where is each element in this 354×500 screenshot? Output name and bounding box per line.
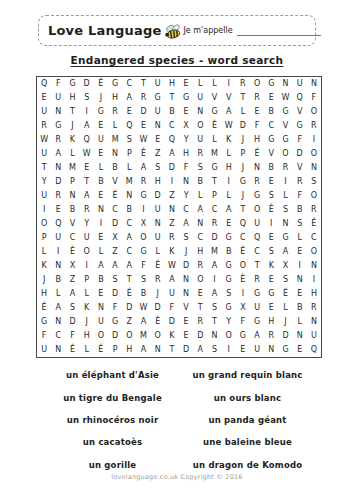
grid-cell-r19c3: F (65, 329, 79, 343)
grid-cell-r17c7: D (122, 301, 136, 315)
grid-cell-r20c9: N (151, 343, 165, 357)
grid-cell-r3c18: G (278, 105, 292, 119)
word-list-item: un tigre du Bengale (45, 386, 180, 408)
grid-cell-r15c10: A (165, 273, 179, 287)
grid-cell-r4c15: D (236, 119, 250, 133)
grid-cell-r18c8: A (136, 315, 150, 329)
grid-cell-r20c18: G (278, 343, 292, 357)
grid-cell-r10c5: N (94, 203, 108, 217)
grid-cell-r10c9: U (151, 203, 165, 217)
grid-cell-r17c8: W (136, 301, 150, 315)
grid-cell-r18c10: D (165, 315, 179, 329)
grid-cell-r1c4: D (80, 77, 94, 91)
grid-cell-r11c11: A (179, 217, 193, 231)
grid-cell-r16c14: S (222, 287, 236, 301)
grid-cell-r4c2: G (51, 119, 65, 133)
grid-cell-r20c5: É (94, 343, 108, 357)
grid-cell-r11c1: O (37, 217, 51, 231)
grid-cell-r8c8: R (136, 175, 150, 189)
grid-cell-r1c2: F (51, 77, 65, 91)
word-list: un éléphant d'Asieun grand requin blancu… (45, 364, 315, 476)
grid-cell-r16c13: A (207, 287, 221, 301)
grid-cell-r15c2: B (51, 273, 65, 287)
word-list-item: un panda géant (180, 409, 315, 431)
grid-cell-r20c17: N (264, 343, 278, 357)
grid-cell-r13c6: Z (108, 245, 122, 259)
grid-cell-r5c13: L (207, 133, 221, 147)
grid-cell-r9c7: N (122, 189, 136, 203)
grid-cell-r17c11: V (179, 301, 193, 315)
grid-cell-r20c11: D (179, 343, 193, 357)
grid-cell-r12c14: G (222, 231, 236, 245)
word-search-grid: QFGDÉGCTUHELLIROGNUNEUHSJHARGTGUVVTREWQF… (36, 76, 322, 358)
grid-cell-r8c13: T (207, 175, 221, 189)
grid-cell-r9c20: O (307, 189, 321, 203)
grid-cell-r5c17: G (264, 133, 278, 147)
grid-cell-r1c6: G (108, 77, 122, 91)
grid-cell-r14c14: G (222, 259, 236, 273)
grid-cell-r6c12: R (193, 147, 207, 161)
grid-cell-r2c1: E (37, 91, 51, 105)
grid-cell-r8c19: R (293, 175, 307, 189)
grid-cell-r12c6: X (108, 231, 122, 245)
grid-cell-r17c14: G (222, 301, 236, 315)
grid-cell-r16c11: N (179, 287, 193, 301)
grid-cell-r6c20: O (307, 147, 321, 161)
grid-cell-r15c18: S (278, 273, 292, 287)
grid-cell-r16c19: E (293, 287, 307, 301)
grid-cell-r14c12: R (193, 259, 207, 273)
grid-cell-r7c10: D (165, 161, 179, 175)
grid-cell-r2c11: G (179, 91, 193, 105)
grid-cell-r10c2: E (51, 203, 65, 217)
grid-cell-r13c8: G (136, 245, 150, 259)
grid-cell-r11c18: N (278, 217, 292, 231)
grid-cell-r2c7: A (122, 91, 136, 105)
grid-cell-r5c6: M (108, 133, 122, 147)
grid-cell-r7c3: M (65, 161, 79, 175)
grid-cell-r15c12: O (193, 273, 207, 287)
grid-cell-r5c12: U (193, 133, 207, 147)
grid-cell-r20c14: I (222, 343, 236, 357)
grid-cell-r1c17: G (264, 77, 278, 91)
grid-cell-r17c3: S (65, 301, 79, 315)
grid-cell-r2c4: S (80, 91, 94, 105)
grid-cell-r13c16: C (250, 245, 264, 259)
grid-cell-r9c16: G (250, 189, 264, 203)
grid-cell-r3c16: E (250, 105, 264, 119)
grid-cell-r19c6: D (108, 329, 122, 343)
grid-cell-r9c19: F (293, 189, 307, 203)
grid-cell-r2c8: R (136, 91, 150, 105)
grid-cell-r18c12: R (193, 315, 207, 329)
grid-cell-r1c20: N (307, 77, 321, 91)
grid-cell-r5c10: Q (165, 133, 179, 147)
grid-cell-r6c4: W (80, 147, 94, 161)
grid-cell-r1c5: É (94, 77, 108, 91)
name-blank-line (237, 26, 321, 36)
grid-cell-r15c16: R (250, 273, 264, 287)
grid-cell-r1c7: C (122, 77, 136, 91)
grid-cell-r14c9: É (151, 259, 165, 273)
grid-cell-r5c11: Y (179, 133, 193, 147)
grid-cell-r10c14: A (222, 203, 236, 217)
grid-cell-r12c10: R (165, 231, 179, 245)
grid-cell-r12c17: E (264, 231, 278, 245)
grid-cell-r1c15: R (236, 77, 250, 91)
grid-cell-r10c3: B (65, 203, 79, 217)
grid-cell-r2c19: Q (293, 91, 307, 105)
grid-cell-r7c19: V (293, 161, 307, 175)
grid-cell-r4c16: F (250, 119, 264, 133)
grid-cell-r7c7: L (122, 161, 136, 175)
grid-cell-r4c17: C (264, 119, 278, 133)
grid-cell-r5c15: J (236, 133, 250, 147)
grid-cell-r15c1: J (37, 273, 51, 287)
grid-cell-r2c15: T (236, 91, 250, 105)
grid-cell-r18c7: Z (122, 315, 136, 329)
grid-cell-r18c4: J (80, 315, 94, 329)
grid-cell-r10c15: T (236, 203, 250, 217)
grid-cell-r18c14: Y (222, 315, 236, 329)
grid-cell-r6c6: N (108, 147, 122, 161)
grid-cell-r18c1: G (37, 315, 51, 329)
grid-cell-r3c1: U (37, 105, 51, 119)
grid-cell-r13c11: J (179, 245, 193, 259)
grid-cell-r8c16: R (250, 175, 264, 189)
grid-cell-r17c10: F (165, 301, 179, 315)
grid-cell-r3c17: B (264, 105, 278, 119)
grid-cell-r15c4: P (80, 273, 94, 287)
grid-cell-r9c18: L (278, 189, 292, 203)
bee-icon (163, 23, 183, 40)
grid-cell-r3c8: D (136, 105, 150, 119)
grid-cell-r11c13: R (207, 217, 221, 231)
grid-cell-r13c15: É (236, 245, 250, 259)
grid-cell-r20c2: N (51, 343, 65, 357)
grid-cell-r5c5: U (94, 133, 108, 147)
grid-cell-r13c5: L (94, 245, 108, 259)
grid-cell-r15c15: È (236, 273, 250, 287)
grid-cell-r19c1: F (37, 329, 51, 343)
grid-cell-r19c14: O (222, 329, 236, 343)
grid-cell-r13c3: È (65, 245, 79, 259)
grid-cell-r14c7: A (122, 259, 136, 273)
grid-cell-r12c3: C (65, 231, 79, 245)
grid-cell-r16c20: H (307, 287, 321, 301)
grid-cell-r7c20: N (307, 161, 321, 175)
grid-cell-r13c17: S (264, 245, 278, 259)
grid-cell-r1c19: U (293, 77, 307, 91)
grid-cell-r11c6: D (108, 217, 122, 231)
grid-cell-r2c20: F (307, 91, 321, 105)
grid-cell-r16c16: G (250, 287, 264, 301)
grid-cell-r8c5: B (94, 175, 108, 189)
grid-cell-r16c4: L (80, 287, 94, 301)
grid-cell-r8c20: S (307, 175, 321, 189)
footer-copyright: lovelanguage.co.uk Copyright © 2016 (0, 473, 354, 481)
grid-cell-r16c1: H (37, 287, 51, 301)
grid-cell-r9c2: R (51, 189, 65, 203)
grid-cell-r10c8: I (136, 203, 150, 217)
grid-cell-r13c13: M (207, 245, 221, 259)
grid-cell-r5c19: F (293, 133, 307, 147)
grid-cell-r11c7: C (122, 217, 136, 231)
grid-cell-r20c15: E (236, 343, 250, 357)
grid-cell-r14c18: X (278, 259, 292, 273)
grid-cell-r13c12: H (193, 245, 207, 259)
grid-cell-r11c19: S (293, 217, 307, 231)
grid-cell-r19c16: A (250, 329, 264, 343)
grid-cell-r7c18: R (278, 161, 292, 175)
grid-cell-r4c11: X (179, 119, 193, 133)
logo-header-box: Love Language Je m'appelle (38, 15, 316, 46)
grid-cell-r5c4: Q (80, 133, 94, 147)
grid-cell-r19c12: D (193, 329, 207, 343)
grid-cell-r16c18: É (278, 287, 292, 301)
grid-cell-r2c12: U (193, 91, 207, 105)
grid-cell-r12c18: G (278, 231, 292, 245)
grid-cell-r5c7: S (122, 133, 136, 147)
grid-cell-r4c19: G (293, 119, 307, 133)
grid-cell-r18c17: H (264, 315, 278, 329)
grid-cell-r3c12: N (193, 105, 207, 119)
grid-cell-r20c3: É (65, 343, 79, 357)
grid-cell-r14c17: K (264, 259, 278, 273)
grid-cell-r6c14: L (222, 147, 236, 161)
grid-cell-r9c6: É (108, 189, 122, 203)
grid-cell-r6c13: M (207, 147, 221, 161)
grid-cell-r4c12: O (193, 119, 207, 133)
grid-cell-r14c15: O (236, 259, 250, 273)
grid-cell-r5c9: E (151, 133, 165, 147)
grid-cell-r10c13: C (207, 203, 221, 217)
grid-cell-r8c7: M (122, 175, 136, 189)
grid-cell-r14c13: A (207, 259, 221, 273)
grid-cell-r7c2: N (51, 161, 65, 175)
grid-cell-r8c3: P (65, 175, 79, 189)
grid-cell-r13c14: B (222, 245, 236, 259)
grid-cell-r5c20: I (307, 133, 321, 147)
grid-cell-r17c4: K (80, 301, 94, 315)
grid-cell-r8c17: E (264, 175, 278, 189)
grid-cell-r12c16: Q (250, 231, 264, 245)
grid-cell-r16c7: É (122, 287, 136, 301)
grid-cell-r10c18: S (278, 203, 292, 217)
grid-cell-r14c19: I (293, 259, 307, 273)
grid-cell-r14c8: F (136, 259, 150, 273)
grid-cell-r14c11: D (179, 259, 193, 273)
grid-cell-r7c6: B (108, 161, 122, 175)
grid-cell-r20c16: U (250, 343, 264, 357)
grid-cell-r8c6: V (108, 175, 122, 189)
grid-cell-r20c13: S (207, 343, 221, 357)
grid-cell-r9c15: J (236, 189, 250, 203)
grid-cell-r9c1: U (37, 189, 51, 203)
grid-cell-r9c8: G (136, 189, 150, 203)
grid-cell-r7c9: S (151, 161, 165, 175)
grid-cell-r11c12: N (193, 217, 207, 231)
grid-cell-r2c2: U (51, 91, 65, 105)
grid-cell-r18c3: D (65, 315, 79, 329)
grid-cell-r8c1: Y (37, 175, 51, 189)
grid-cell-r15c9: R (151, 273, 165, 287)
grid-cell-r20c8: A (136, 343, 150, 357)
word-list-item: une baleine bleue (180, 431, 315, 453)
grid-cell-r1c12: L (193, 77, 207, 91)
grid-cell-r4c10: C (165, 119, 179, 133)
grid-cell-r4c14: W (222, 119, 236, 133)
grid-cell-r3c9: U (151, 105, 165, 119)
grid-cell-r10c19: B (293, 203, 307, 217)
grid-cell-r7c1: T (37, 161, 51, 175)
grid-cell-r16c17: G (264, 287, 278, 301)
grid-cell-r7c5: L (94, 161, 108, 175)
grid-cell-r20c20: Q (307, 343, 321, 357)
grid-cell-r15c13: I (207, 273, 221, 287)
grid-cell-r17c5: N (94, 301, 108, 315)
grid-cell-r7c8: A (136, 161, 150, 175)
grid-cell-r15c3: Z (65, 273, 79, 287)
grid-cell-r8c14: I (222, 175, 236, 189)
grid-cell-r6c8: È (136, 147, 150, 161)
grid-cell-r6c17: V (264, 147, 278, 161)
grid-cell-r2c17: E (264, 91, 278, 105)
grid-cell-r3c14: A (222, 105, 236, 119)
grid-cell-r12c11: S (179, 231, 193, 245)
word-list-item: un cacatoès (45, 431, 180, 453)
name-field: Je m'appelle (183, 26, 320, 36)
grid-cell-r3c13: G (207, 105, 221, 119)
grid-cell-r6c5: E (94, 147, 108, 161)
grid-cell-r9c9: D (151, 189, 165, 203)
grid-cell-r2c18: W (278, 91, 292, 105)
grid-cell-r5c8: W (136, 133, 150, 147)
grid-cell-r13c18: A (278, 245, 292, 259)
grid-cell-r17c17: E (264, 301, 278, 315)
grid-cell-r2c5: J (94, 91, 108, 105)
grid-cell-r20c6: P (108, 343, 122, 357)
grid-cell-r6c18: O (278, 147, 292, 161)
grid-cell-r4c9: N (151, 119, 165, 133)
grid-cell-r18c15: F (236, 315, 250, 329)
grid-cell-r2c13: V (207, 91, 221, 105)
grid-cell-r2c10: T (165, 91, 179, 105)
grid-cell-r15c19: N (293, 273, 307, 287)
grid-cell-r15c11: N (179, 273, 193, 287)
grid-cell-r13c2: I (51, 245, 65, 259)
grid-cell-r9c4: A (80, 189, 94, 203)
grid-cell-r7c14: H (222, 161, 236, 175)
grid-cell-r11c14: E (222, 217, 236, 231)
grid-cell-r17c15: X (236, 301, 250, 315)
name-label: Je m'appelle (183, 26, 232, 36)
grid-cell-r10c17: È (264, 203, 278, 217)
grid-cell-r6c15: P (236, 147, 250, 161)
grid-cell-r14c1: K (37, 259, 51, 273)
grid-cell-r13c1: L (37, 245, 51, 259)
grid-cell-r4c20: R (307, 119, 321, 133)
grid-cell-r4c7: Q (122, 119, 136, 133)
grid-cell-r17c12: T (193, 301, 207, 315)
grid-cell-r15c14: G (222, 273, 236, 287)
grid-cell-r16c3: A (65, 287, 79, 301)
grid-cell-r11c5: I (94, 217, 108, 231)
grid-cell-r14c16: T (250, 259, 264, 273)
grid-cell-r7c16: N (250, 161, 264, 175)
grid-cell-r6c10: A (165, 147, 179, 161)
word-list-item: un grand requin blanc (180, 364, 315, 386)
grid-cell-r19c13: N (207, 329, 221, 343)
grid-cell-r3c19: V (293, 105, 307, 119)
grid-cell-r15c8: S (136, 273, 150, 287)
grid-cell-r19c11: E (179, 329, 193, 343)
grid-cell-r6c7: P (122, 147, 136, 161)
grid-cell-r16c2: L (51, 287, 65, 301)
grid-cell-r8c11: N (179, 175, 193, 189)
grid-cell-r16c6: D (108, 287, 122, 301)
grid-cell-r10c7: B (122, 203, 136, 217)
grid-cell-r3c4: I (80, 105, 94, 119)
grid-cell-r12c9: U (151, 231, 165, 245)
logo-text: Love Language (48, 23, 161, 38)
grid-cell-r19c20: U (307, 329, 321, 343)
grid-cell-r18c5: U (94, 315, 108, 329)
grid-cell-r17c9: D (151, 301, 165, 315)
grid-cell-r14c10: W (165, 259, 179, 273)
grid-cell-r5c18: G (278, 133, 292, 147)
word-list-item: un ours blanc (180, 386, 315, 408)
grid-cell-r11c17: I (264, 217, 278, 231)
grid-cell-r19c4: H (80, 329, 94, 343)
grid-cell-r18c6: G (108, 315, 122, 329)
grid-cell-r5c2: R (51, 133, 65, 147)
grid-cell-r3c3: T (65, 105, 79, 119)
grid-cell-r18c9: È (151, 315, 165, 329)
grid-cell-r15c7: T (122, 273, 136, 287)
grid-cell-r4c6: L (108, 119, 122, 133)
grid-cell-r12c1: P (37, 231, 51, 245)
grid-cell-r9c17: S (264, 189, 278, 203)
grid-cell-r11c9: N (151, 217, 165, 231)
grid-cell-r20c12: A (193, 343, 207, 357)
grid-cell-r17c19: B (293, 301, 307, 315)
grid-cell-r2c9: G (151, 91, 165, 105)
grid-cell-r11c15: Q (236, 217, 250, 231)
grid-cell-r3c7: E (122, 105, 136, 119)
grid-cell-r12c15: C (236, 231, 250, 245)
grid-cell-r16c10: U (165, 287, 179, 301)
grid-cell-r17c18: L (278, 301, 292, 315)
grid-cell-r6c11: H (179, 147, 193, 161)
grid-cell-r4c8: E (136, 119, 150, 133)
grid-cell-r7c13: G (207, 161, 221, 175)
grid-cell-r17c6: F (108, 301, 122, 315)
grid-cell-r20c10: T (165, 343, 179, 357)
grid-cell-r13c10: K (165, 245, 179, 259)
page-title: Endangered species - word search (0, 54, 354, 66)
grid-cell-r3c15: L (236, 105, 250, 119)
grid-cell-r11c2: Q (51, 217, 65, 231)
grid-cell-r6c16: É (250, 147, 264, 161)
grid-cell-r20c4: L (80, 343, 94, 357)
grid-cell-r7c15: J (236, 161, 250, 175)
grid-cell-r19c17: R (264, 329, 278, 343)
grid-cell-r2c14: V (222, 91, 236, 105)
grid-cell-r18c16: G (250, 315, 264, 329)
grid-cell-r6c1: U (37, 147, 51, 161)
grid-cell-r4c18: V (278, 119, 292, 133)
